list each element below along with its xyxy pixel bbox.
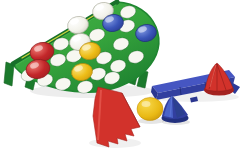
yellow-dome-body[interactable] — [137, 98, 163, 121]
yellow-dome[interactable] — [137, 98, 163, 121]
photo-scene — [0, 0, 240, 148]
yellow-dome-highlight — [142, 101, 151, 107]
game-photo-svg — [0, 0, 240, 148]
